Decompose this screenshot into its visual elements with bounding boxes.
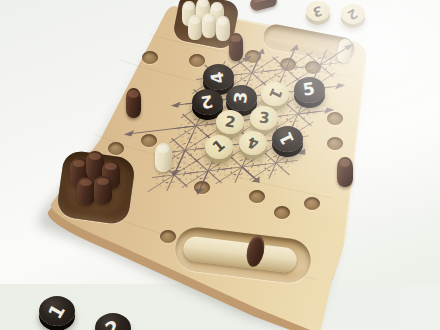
peg-dark[interactable] <box>126 88 141 118</box>
peg-dark-in-well[interactable] <box>94 176 112 204</box>
peg-cream-in-well[interactable] <box>188 15 202 40</box>
peg-cream-in-well[interactable] <box>202 13 216 38</box>
peg-cream-in-well[interactable] <box>216 16 230 41</box>
peg-cream[interactable] <box>155 143 172 172</box>
peg-dark[interactable] <box>229 33 243 61</box>
peg-dark-in-well[interactable] <box>77 177 95 205</box>
peg-dark[interactable] <box>337 157 353 187</box>
peg-dark[interactable] <box>249 0 278 12</box>
pegs-layer <box>0 0 440 330</box>
photo-scene: 42315231413212 <box>0 0 440 330</box>
